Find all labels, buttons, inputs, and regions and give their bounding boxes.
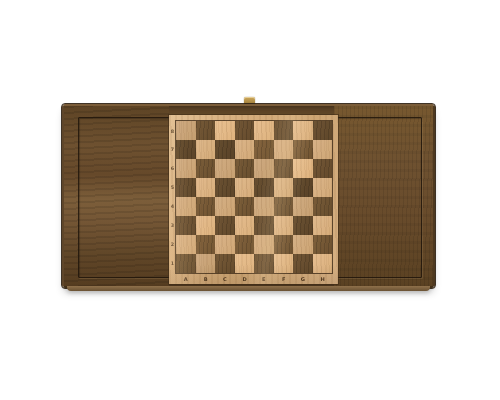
square-d6[interactable] <box>235 159 255 178</box>
square-c3[interactable] <box>215 216 235 235</box>
square-c5[interactable] <box>215 178 235 197</box>
rank-labels: 87654321 <box>169 121 176 273</box>
square-g5[interactable] <box>293 178 313 197</box>
square-h4[interactable] <box>313 197 333 216</box>
square-b8[interactable] <box>196 121 216 140</box>
square-e6[interactable] <box>254 159 274 178</box>
square-b4[interactable] <box>196 197 216 216</box>
square-a5[interactable] <box>176 178 196 197</box>
square-c8[interactable] <box>215 121 235 140</box>
square-d7[interactable] <box>235 140 255 159</box>
square-c4[interactable] <box>215 197 235 216</box>
square-h7[interactable] <box>313 140 333 159</box>
square-e7[interactable] <box>254 140 274 159</box>
square-e1[interactable] <box>254 254 274 273</box>
square-h6[interactable] <box>313 159 333 178</box>
square-d3[interactable] <box>235 216 255 235</box>
file-labels: ABCDEFGH <box>176 273 332 284</box>
square-b2[interactable] <box>196 235 216 254</box>
square-f4[interactable] <box>274 197 294 216</box>
square-b7[interactable] <box>196 140 216 159</box>
square-g7[interactable] <box>293 140 313 159</box>
square-f6[interactable] <box>274 159 294 178</box>
square-b5[interactable] <box>196 178 216 197</box>
product-photo: 87654321 ABCDEFGH <box>0 0 500 400</box>
square-g2[interactable] <box>293 235 313 254</box>
square-b6[interactable] <box>196 159 216 178</box>
square-a6[interactable] <box>176 159 196 178</box>
square-e5[interactable] <box>254 178 274 197</box>
square-a3[interactable] <box>176 216 196 235</box>
square-c6[interactable] <box>215 159 235 178</box>
square-g8[interactable] <box>293 121 313 140</box>
rank-label: 6 <box>170 161 176 176</box>
rank-label: 3 <box>170 218 176 233</box>
square-h3[interactable] <box>313 216 333 235</box>
square-b3[interactable] <box>196 216 216 235</box>
square-d1[interactable] <box>235 254 255 273</box>
square-f3[interactable] <box>274 216 294 235</box>
square-a2[interactable] <box>176 235 196 254</box>
file-label: H <box>314 274 331 283</box>
square-f2[interactable] <box>274 235 294 254</box>
square-g3[interactable] <box>293 216 313 235</box>
square-c1[interactable] <box>215 254 235 273</box>
file-label: D <box>236 274 253 283</box>
square-f1[interactable] <box>274 254 294 273</box>
square-g4[interactable] <box>293 197 313 216</box>
square-d5[interactable] <box>235 178 255 197</box>
rank-label: 1 <box>170 256 176 271</box>
square-e4[interactable] <box>254 197 274 216</box>
square-e8[interactable] <box>254 121 274 140</box>
square-d4[interactable] <box>235 197 255 216</box>
square-g6[interactable] <box>293 159 313 178</box>
square-a1[interactable] <box>176 254 196 273</box>
square-h2[interactable] <box>313 235 333 254</box>
square-b1[interactable] <box>196 254 216 273</box>
square-d2[interactable] <box>235 235 255 254</box>
square-e3[interactable] <box>254 216 274 235</box>
square-a4[interactable] <box>176 197 196 216</box>
square-h5[interactable] <box>313 178 333 197</box>
square-g1[interactable] <box>293 254 313 273</box>
rank-label: 7 <box>170 142 176 157</box>
square-f5[interactable] <box>274 178 294 197</box>
wooden-game-box: 87654321 ABCDEFGH <box>62 104 435 288</box>
rank-label: 8 <box>170 123 176 138</box>
square-c7[interactable] <box>215 140 235 159</box>
square-h1[interactable] <box>313 254 333 273</box>
square-f7[interactable] <box>274 140 294 159</box>
square-d8[interactable] <box>235 121 255 140</box>
file-label: E <box>255 274 272 283</box>
square-f8[interactable] <box>274 121 294 140</box>
file-label: G <box>294 274 311 283</box>
file-label: A <box>177 274 194 283</box>
square-e2[interactable] <box>254 235 274 254</box>
chessboard-inlay: 87654321 ABCDEFGH <box>169 115 338 284</box>
square-h8[interactable] <box>313 121 333 140</box>
rank-label: 4 <box>170 199 176 214</box>
file-label: B <box>197 274 214 283</box>
rank-label: 2 <box>170 237 176 252</box>
rank-label: 5 <box>170 180 176 195</box>
square-a7[interactable] <box>176 140 196 159</box>
file-label: C <box>216 274 233 283</box>
chess-board <box>176 121 332 273</box>
file-label: F <box>275 274 292 283</box>
square-c2[interactable] <box>215 235 235 254</box>
square-a8[interactable] <box>176 121 196 140</box>
